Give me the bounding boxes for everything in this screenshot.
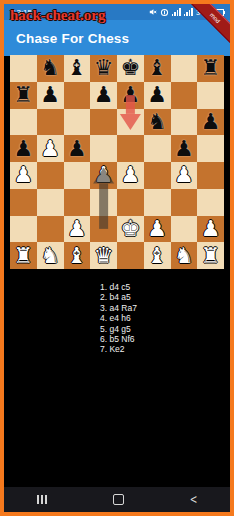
black-pawn: ♟ bbox=[201, 111, 221, 133]
square-h7[interactable] bbox=[197, 82, 224, 109]
move-line: 7. Ke2 bbox=[100, 344, 137, 354]
square-f1[interactable]: ♝ bbox=[144, 242, 171, 269]
square-d7[interactable]: ♟ bbox=[90, 82, 117, 109]
square-d3[interactable] bbox=[90, 189, 117, 216]
square-f5[interactable] bbox=[144, 135, 171, 162]
square-g3[interactable] bbox=[171, 189, 198, 216]
white-pawn: ♟ bbox=[121, 164, 141, 186]
square-b5[interactable]: ♟ bbox=[37, 135, 64, 162]
white-pawn: ♟ bbox=[40, 138, 60, 160]
square-d2[interactable] bbox=[90, 216, 117, 243]
phone-screen: 13:15 34% Chase For Chess hack-cheat.org bbox=[0, 0, 234, 516]
square-e3[interactable] bbox=[117, 189, 144, 216]
black-king: ♚ bbox=[121, 57, 141, 79]
move-line: 4. e4 h6 bbox=[100, 313, 137, 323]
white-bishop: ♝ bbox=[67, 245, 87, 267]
square-c7[interactable] bbox=[64, 82, 91, 109]
square-h8[interactable]: ♜ bbox=[197, 55, 224, 82]
move-line: 3. a4 Ra7 bbox=[100, 303, 137, 313]
square-d1[interactable]: ♛ bbox=[90, 242, 117, 269]
move-list: 1. d4 c5 2. b4 a5 3. a4 Ra7 4. e4 h6 5. … bbox=[100, 282, 137, 355]
mobile-signal-icon bbox=[172, 8, 181, 16]
back-button[interactable]: < bbox=[190, 491, 197, 508]
recents-button[interactable] bbox=[37, 495, 47, 504]
square-a5[interactable]: ♟ bbox=[10, 135, 37, 162]
square-g2[interactable] bbox=[171, 216, 198, 243]
app-bar: Chase For Chess bbox=[4, 20, 230, 56]
square-g1[interactable]: ♞ bbox=[171, 242, 198, 269]
square-h6[interactable]: ♟ bbox=[197, 109, 224, 136]
square-g8[interactable] bbox=[171, 55, 198, 82]
black-queen: ♛ bbox=[94, 57, 114, 79]
square-h1[interactable]: ♜ bbox=[197, 242, 224, 269]
square-h2[interactable]: ♟ bbox=[197, 216, 224, 243]
square-g6[interactable] bbox=[171, 109, 198, 136]
white-pawn: ♟ bbox=[174, 164, 194, 186]
square-a3[interactable] bbox=[10, 189, 37, 216]
white-rook: ♜ bbox=[14, 245, 34, 267]
square-a1[interactable]: ♜ bbox=[10, 242, 37, 269]
black-bishop: ♝ bbox=[67, 57, 87, 79]
move-line: 2. b4 a5 bbox=[100, 292, 137, 302]
square-c2[interactable]: ♟ bbox=[64, 216, 91, 243]
white-knight: ♞ bbox=[174, 245, 194, 267]
square-h5[interactable] bbox=[197, 135, 224, 162]
white-pawn: ♟ bbox=[94, 164, 114, 186]
square-e1[interactable] bbox=[117, 242, 144, 269]
square-g7[interactable] bbox=[171, 82, 198, 109]
square-b3[interactable] bbox=[37, 189, 64, 216]
white-pawn: ♟ bbox=[14, 164, 34, 186]
white-pawn: ♟ bbox=[147, 218, 167, 240]
black-knight: ♞ bbox=[40, 57, 60, 79]
app-title: Chase For Chess bbox=[16, 31, 129, 46]
chess-board[interactable]: ♞♝♛♚♝♜♜♟♟♟♟♞♟♟♟♟♟♟♟♟♟♟♚♟♟♜♞♝♛♝♞♜ bbox=[10, 55, 224, 269]
square-a4[interactable]: ♟ bbox=[10, 162, 37, 189]
black-pawn: ♟ bbox=[174, 138, 194, 160]
square-e6[interactable] bbox=[117, 109, 144, 136]
black-pawn: ♟ bbox=[14, 138, 34, 160]
square-f4[interactable] bbox=[144, 162, 171, 189]
black-pawn: ♟ bbox=[121, 84, 141, 106]
square-h4[interactable] bbox=[197, 162, 224, 189]
square-e8[interactable]: ♚ bbox=[117, 55, 144, 82]
square-f7[interactable]: ♟ bbox=[144, 82, 171, 109]
square-e5[interactable] bbox=[117, 135, 144, 162]
square-b8[interactable]: ♞ bbox=[37, 55, 64, 82]
square-c6[interactable] bbox=[64, 109, 91, 136]
square-d6[interactable] bbox=[90, 109, 117, 136]
square-c3[interactable] bbox=[64, 189, 91, 216]
square-d4[interactable]: ♟ bbox=[90, 162, 117, 189]
black-pawn: ♟ bbox=[40, 84, 60, 106]
square-d8[interactable]: ♛ bbox=[90, 55, 117, 82]
white-pawn: ♟ bbox=[201, 218, 221, 240]
data-saver-icon bbox=[160, 8, 169, 17]
wifi-signal-icon bbox=[184, 8, 193, 16]
black-rook: ♜ bbox=[14, 84, 34, 106]
square-a6[interactable] bbox=[10, 109, 37, 136]
ribbon-label: mod bbox=[209, 12, 221, 24]
black-bishop: ♝ bbox=[147, 57, 167, 79]
square-f6[interactable]: ♞ bbox=[144, 109, 171, 136]
square-e7[interactable]: ♟ bbox=[117, 82, 144, 109]
square-a7[interactable]: ♜ bbox=[10, 82, 37, 109]
black-pawn: ♟ bbox=[94, 84, 114, 106]
move-line: 5. g4 g5 bbox=[100, 324, 137, 334]
watermark-text: hack-cheat.org bbox=[10, 7, 105, 24]
square-f8[interactable]: ♝ bbox=[144, 55, 171, 82]
square-g5[interactable]: ♟ bbox=[171, 135, 198, 162]
square-e4[interactable]: ♟ bbox=[117, 162, 144, 189]
square-a2[interactable] bbox=[10, 216, 37, 243]
square-h3[interactable] bbox=[197, 189, 224, 216]
square-b7[interactable]: ♟ bbox=[37, 82, 64, 109]
black-rook: ♜ bbox=[201, 57, 221, 79]
square-b4[interactable] bbox=[37, 162, 64, 189]
white-king: ♚ bbox=[121, 218, 141, 240]
black-knight: ♞ bbox=[147, 111, 167, 133]
square-f3[interactable] bbox=[144, 189, 171, 216]
square-c8[interactable]: ♝ bbox=[64, 55, 91, 82]
square-d5[interactable] bbox=[90, 135, 117, 162]
black-pawn: ♟ bbox=[67, 138, 87, 160]
move-line: 1. d4 c5 bbox=[100, 282, 137, 292]
square-b1[interactable]: ♞ bbox=[37, 242, 64, 269]
square-e2[interactable]: ♚ bbox=[117, 216, 144, 243]
square-c5[interactable]: ♟ bbox=[64, 135, 91, 162]
square-g4[interactable]: ♟ bbox=[171, 162, 198, 189]
square-c1[interactable]: ♝ bbox=[64, 242, 91, 269]
move-line: 6. b5 Nf6 bbox=[100, 334, 137, 344]
square-c4[interactable] bbox=[64, 162, 91, 189]
square-b6[interactable] bbox=[37, 109, 64, 136]
square-a8[interactable] bbox=[10, 55, 37, 82]
white-bishop: ♝ bbox=[147, 245, 167, 267]
home-button[interactable] bbox=[113, 494, 124, 505]
white-rook: ♜ bbox=[201, 245, 221, 267]
black-pawn: ♟ bbox=[147, 84, 167, 106]
white-queen: ♛ bbox=[94, 245, 114, 267]
square-b2[interactable] bbox=[37, 216, 64, 243]
white-pawn: ♟ bbox=[67, 218, 87, 240]
square-f2[interactable]: ♟ bbox=[144, 216, 171, 243]
mute-icon bbox=[149, 8, 157, 16]
white-knight: ♞ bbox=[40, 245, 60, 267]
android-nav-bar: < bbox=[4, 487, 230, 512]
